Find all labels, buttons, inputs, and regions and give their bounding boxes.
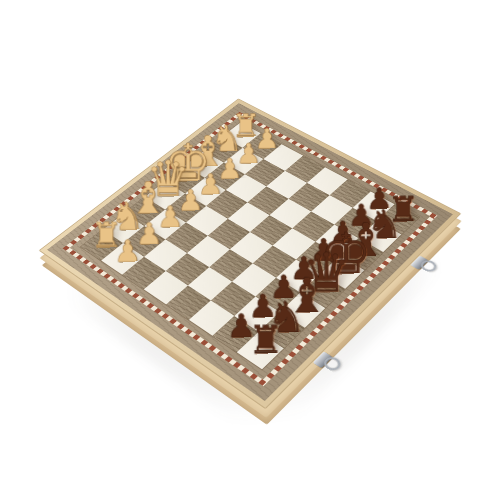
product-photo-scene: ♜♞♝♛♚♝♞♜♟♟♟♟♟♟♟♟♟♟♟♟♟♟♟♟♜♞♝♛♚♝♞♜ [0,0,500,500]
chess-board: ♜♞♝♛♚♝♞♜♟♟♟♟♟♟♟♟♟♟♟♟♟♟♟♟♜♞♝♛♚♝♞♜ [39,98,462,409]
